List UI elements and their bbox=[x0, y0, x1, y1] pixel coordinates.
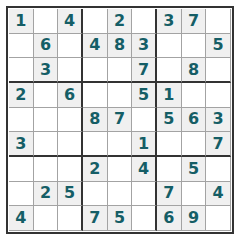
cell-r6c4[interactable] bbox=[83, 132, 108, 157]
cell-r3c8[interactable]: 8 bbox=[182, 58, 207, 83]
cell-r5c1[interactable] bbox=[9, 108, 34, 133]
cell-r8c2[interactable]: 2 bbox=[34, 182, 59, 207]
cell-r7c7[interactable] bbox=[157, 157, 182, 182]
cell-r6c3[interactable] bbox=[58, 132, 83, 157]
cell-r8c4[interactable] bbox=[83, 182, 108, 207]
cell-r9c6[interactable] bbox=[132, 206, 157, 231]
cell-r9c5[interactable]: 5 bbox=[108, 206, 133, 231]
cell-r8c3[interactable]: 5 bbox=[58, 182, 83, 207]
cell-r4c5[interactable] bbox=[108, 83, 133, 108]
cell-r9c3[interactable] bbox=[58, 206, 83, 231]
cell-r7c8[interactable]: 5 bbox=[182, 157, 207, 182]
cell-r5c2[interactable] bbox=[34, 108, 59, 133]
cell-r1c5[interactable]: 2 bbox=[108, 9, 133, 34]
cell-r4c7[interactable]: 1 bbox=[157, 83, 182, 108]
cell-r1c9[interactable] bbox=[206, 9, 231, 34]
cell-r6c1[interactable]: 3 bbox=[9, 132, 34, 157]
cell-r8c1[interactable] bbox=[9, 182, 34, 207]
cell-r6c5[interactable] bbox=[108, 132, 133, 157]
cell-r4c9[interactable] bbox=[206, 83, 231, 108]
cell-r4c4[interactable] bbox=[83, 83, 108, 108]
cell-r2c1[interactable] bbox=[9, 34, 34, 59]
cell-r2c5[interactable]: 8 bbox=[108, 34, 133, 59]
cell-r4c2[interactable] bbox=[34, 83, 59, 108]
cell-r4c3[interactable]: 6 bbox=[58, 83, 83, 108]
cell-r2c3[interactable] bbox=[58, 34, 83, 59]
cell-r2c6[interactable]: 3 bbox=[132, 34, 157, 59]
cell-r1c2[interactable] bbox=[34, 9, 59, 34]
cell-r2c2[interactable]: 6 bbox=[34, 34, 59, 59]
cell-r6c8[interactable] bbox=[182, 132, 207, 157]
cell-r9c9[interactable] bbox=[206, 206, 231, 231]
cell-r6c9[interactable]: 7 bbox=[206, 132, 231, 157]
cell-r8c7[interactable]: 7 bbox=[157, 182, 182, 207]
cell-r2c7[interactable] bbox=[157, 34, 182, 59]
cell-r1c7[interactable]: 3 bbox=[157, 9, 182, 34]
cell-r1c4[interactable] bbox=[83, 9, 108, 34]
sudoku-page: 1423764835378265187563317245257447569 bbox=[0, 0, 240, 240]
cell-r5c9[interactable]: 3 bbox=[206, 108, 231, 133]
cell-r6c2[interactable] bbox=[34, 132, 59, 157]
cell-r8c5[interactable] bbox=[108, 182, 133, 207]
cell-r5c6[interactable] bbox=[132, 108, 157, 133]
cell-r5c3[interactable] bbox=[58, 108, 83, 133]
cell-r9c7[interactable]: 6 bbox=[157, 206, 182, 231]
cell-r5c4[interactable]: 8 bbox=[83, 108, 108, 133]
cell-r5c7[interactable]: 5 bbox=[157, 108, 182, 133]
cell-r4c6[interactable]: 5 bbox=[132, 83, 157, 108]
cell-r7c2[interactable] bbox=[34, 157, 59, 182]
cell-r7c5[interactable] bbox=[108, 157, 133, 182]
cell-r1c3[interactable]: 4 bbox=[58, 9, 83, 34]
cell-r4c1[interactable]: 2 bbox=[9, 83, 34, 108]
cell-r3c6[interactable]: 7 bbox=[132, 58, 157, 83]
cell-r3c2[interactable]: 3 bbox=[34, 58, 59, 83]
cell-r8c6[interactable] bbox=[132, 182, 157, 207]
cell-r9c8[interactable]: 9 bbox=[182, 206, 207, 231]
cell-r4c8[interactable] bbox=[182, 83, 207, 108]
cell-r9c1[interactable]: 4 bbox=[9, 206, 34, 231]
cell-r5c8[interactable]: 6 bbox=[182, 108, 207, 133]
cell-r3c5[interactable] bbox=[108, 58, 133, 83]
cell-r8c9[interactable]: 4 bbox=[206, 182, 231, 207]
sudoku-board: 1423764835378265187563317245257447569 bbox=[6, 6, 234, 234]
cell-r7c4[interactable]: 2 bbox=[83, 157, 108, 182]
cell-r1c6[interactable] bbox=[132, 9, 157, 34]
cell-r2c8[interactable] bbox=[182, 34, 207, 59]
cell-r7c3[interactable] bbox=[58, 157, 83, 182]
cell-r5c5[interactable]: 7 bbox=[108, 108, 133, 133]
cell-r3c4[interactable] bbox=[83, 58, 108, 83]
cell-r8c8[interactable] bbox=[182, 182, 207, 207]
cell-r2c4[interactable]: 4 bbox=[83, 34, 108, 59]
cell-r7c6[interactable]: 4 bbox=[132, 157, 157, 182]
cell-r3c3[interactable] bbox=[58, 58, 83, 83]
cell-r1c1[interactable]: 1 bbox=[9, 9, 34, 34]
cell-r9c2[interactable] bbox=[34, 206, 59, 231]
cell-r7c1[interactable] bbox=[9, 157, 34, 182]
cell-r6c7[interactable] bbox=[157, 132, 182, 157]
cell-r7c9[interactable] bbox=[206, 157, 231, 182]
cell-r3c1[interactable] bbox=[9, 58, 34, 83]
cell-r6c6[interactable]: 1 bbox=[132, 132, 157, 157]
cell-r1c8[interactable]: 7 bbox=[182, 9, 207, 34]
cell-r3c9[interactable] bbox=[206, 58, 231, 83]
cell-r2c9[interactable]: 5 bbox=[206, 34, 231, 59]
cell-r9c4[interactable]: 7 bbox=[83, 206, 108, 231]
cell-r3c7[interactable] bbox=[157, 58, 182, 83]
